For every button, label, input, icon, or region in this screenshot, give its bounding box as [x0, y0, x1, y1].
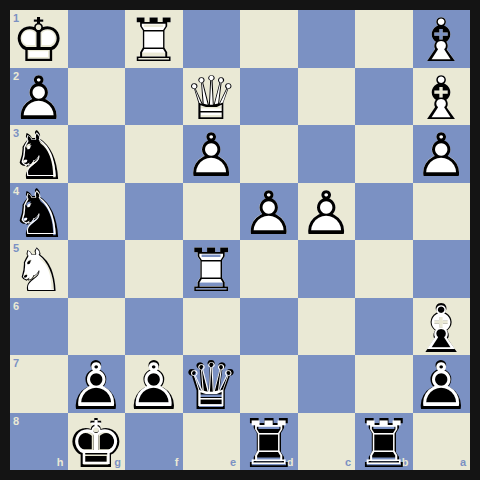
- square-h8[interactable]: 8h: [10, 413, 68, 471]
- white-rook-outline: ♖: [184, 240, 238, 300]
- square-b3[interactable]: [355, 125, 413, 183]
- white-pawn-outline: ♙: [242, 183, 296, 243]
- file-label-e: e: [230, 457, 236, 468]
- black-pawn-outline: ♙: [127, 355, 181, 415]
- square-h5[interactable]: 5♞♘: [10, 240, 68, 298]
- square-e1[interactable]: [183, 10, 241, 68]
- white-queen-outline: ♕: [184, 68, 238, 128]
- black-rook[interactable]: ♜♖: [240, 413, 298, 471]
- square-g5[interactable]: [68, 240, 126, 298]
- square-b6[interactable]: [355, 298, 413, 356]
- white-pawn[interactable]: ♟♙: [298, 183, 356, 241]
- square-d4[interactable]: ♟♙: [240, 183, 298, 241]
- square-f3[interactable]: [125, 125, 183, 183]
- square-h1[interactable]: 1♚♔: [10, 10, 68, 68]
- white-pawn-outline: ♙: [299, 183, 353, 243]
- square-c1[interactable]: [298, 10, 356, 68]
- square-b2[interactable]: [355, 68, 413, 126]
- black-knight-outline: ♘: [12, 183, 66, 243]
- square-g1[interactable]: [68, 10, 126, 68]
- square-a6[interactable]: ♝♗: [413, 298, 471, 356]
- square-d3[interactable]: [240, 125, 298, 183]
- white-king[interactable]: ♚♔: [10, 10, 68, 68]
- white-pawn-outline: ♙: [184, 125, 238, 185]
- square-c7[interactable]: [298, 355, 356, 413]
- white-pawn[interactable]: ♟♙: [413, 125, 471, 183]
- square-b4[interactable]: [355, 183, 413, 241]
- square-c6[interactable]: [298, 298, 356, 356]
- file-label-c: c: [345, 457, 351, 468]
- black-rook[interactable]: ♜♖: [355, 413, 413, 471]
- white-bishop[interactable]: ♝♗: [413, 10, 471, 68]
- white-queen[interactable]: ♛♕: [183, 68, 241, 126]
- square-a4[interactable]: [413, 183, 471, 241]
- square-h3[interactable]: 3♞♘: [10, 125, 68, 183]
- black-pawn-outline: ♙: [414, 355, 468, 415]
- white-king-outline: ♔: [12, 10, 66, 70]
- black-queen-outline: ♕: [184, 355, 238, 415]
- square-f2[interactable]: [125, 68, 183, 126]
- square-d5[interactable]: [240, 240, 298, 298]
- square-c3[interactable]: [298, 125, 356, 183]
- square-d1[interactable]: [240, 10, 298, 68]
- file-label-a: a: [460, 457, 466, 468]
- rank-label-7: 7: [13, 358, 19, 369]
- white-pawn[interactable]: ♟♙: [10, 68, 68, 126]
- square-g4[interactable]: [68, 183, 126, 241]
- square-b8[interactable]: b♜♖: [355, 413, 413, 471]
- square-g8[interactable]: g♚♔: [68, 413, 126, 471]
- white-pawn-outline: ♙: [414, 125, 468, 185]
- square-h6[interactable]: 6: [10, 298, 68, 356]
- white-rook[interactable]: ♜♖: [125, 10, 183, 68]
- square-f1[interactable]: ♜♖: [125, 10, 183, 68]
- white-knight-outline: ♘: [12, 240, 66, 300]
- black-pawn[interactable]: ♟♙: [68, 355, 126, 413]
- square-f7[interactable]: ♟♙: [125, 355, 183, 413]
- square-d2[interactable]: [240, 68, 298, 126]
- square-h2[interactable]: 2♟♙: [10, 68, 68, 126]
- square-d6[interactable]: [240, 298, 298, 356]
- square-f5[interactable]: [125, 240, 183, 298]
- black-rook-outline: ♖: [357, 413, 411, 473]
- square-e4[interactable]: [183, 183, 241, 241]
- square-a3[interactable]: ♟♙: [413, 125, 471, 183]
- square-a7[interactable]: ♟♙: [413, 355, 471, 413]
- black-bishop-outline: ♗: [414, 298, 468, 358]
- rank-label-8: 8: [13, 416, 19, 427]
- square-g7[interactable]: ♟♙: [68, 355, 126, 413]
- white-bishop[interactable]: ♝♗: [413, 68, 471, 126]
- square-e7[interactable]: ♛♕: [183, 355, 241, 413]
- square-b5[interactable]: [355, 240, 413, 298]
- square-e5[interactable]: ♜♖: [183, 240, 241, 298]
- square-e3[interactable]: ♟♙: [183, 125, 241, 183]
- square-e2[interactable]: ♛♕: [183, 68, 241, 126]
- file-label-f: f: [175, 457, 179, 468]
- square-c4[interactable]: ♟♙: [298, 183, 356, 241]
- square-a1[interactable]: ♝♗: [413, 10, 471, 68]
- black-pawn-outline: ♙: [69, 355, 123, 415]
- square-c5[interactable]: [298, 240, 356, 298]
- square-b1[interactable]: [355, 10, 413, 68]
- black-knight[interactable]: ♞♘: [10, 183, 68, 241]
- white-pawn[interactable]: ♟♙: [240, 183, 298, 241]
- square-h4[interactable]: 4♞♘: [10, 183, 68, 241]
- black-king-outline: ♔: [69, 413, 123, 473]
- square-f4[interactable]: [125, 183, 183, 241]
- white-pawn[interactable]: ♟♙: [183, 125, 241, 183]
- white-bishop-outline: ♗: [414, 10, 468, 70]
- white-knight[interactable]: ♞♘: [10, 240, 68, 298]
- square-h7[interactable]: 7: [10, 355, 68, 413]
- black-pawn[interactable]: ♟♙: [125, 355, 183, 413]
- black-pawn[interactable]: ♟♙: [413, 355, 471, 413]
- white-rook-outline: ♖: [127, 10, 181, 70]
- black-rook-outline: ♖: [242, 413, 296, 473]
- square-a2[interactable]: ♝♗: [413, 68, 471, 126]
- square-g3[interactable]: [68, 125, 126, 183]
- square-c8[interactable]: c: [298, 413, 356, 471]
- black-bishop[interactable]: ♝♗: [413, 298, 471, 356]
- square-g2[interactable]: [68, 68, 126, 126]
- black-knight-outline: ♘: [12, 125, 66, 185]
- file-label-h: h: [57, 457, 64, 468]
- chess-board: 1♚♔♜♖♝♗2♟♙♛♕♝♗3♞♘♟♙♟♙4♞♘♟♙♟♙5♞♘♜♖6♝♗7♟♙♟…: [10, 10, 470, 470]
- white-rook[interactable]: ♜♖: [183, 240, 241, 298]
- black-king[interactable]: ♚♔: [68, 413, 126, 471]
- square-c2[interactable]: [298, 68, 356, 126]
- black-knight[interactable]: ♞♘: [10, 125, 68, 183]
- white-bishop-outline: ♗: [414, 68, 468, 128]
- board-frame: 1♚♔♜♖♝♗2♟♙♛♕♝♗3♞♘♟♙♟♙4♞♘♟♙♟♙5♞♘♜♖6♝♗7♟♙♟…: [0, 0, 480, 480]
- white-pawn-outline: ♙: [12, 68, 66, 128]
- black-queen[interactable]: ♛♕: [183, 355, 241, 413]
- square-d8[interactable]: d♜♖: [240, 413, 298, 471]
